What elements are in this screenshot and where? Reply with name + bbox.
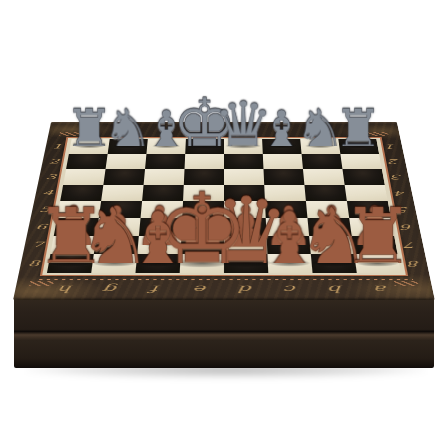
rank-label: 1 [381,139,401,154]
piece-black-bishop-c8: ♝ [247,174,333,264]
piece-white-queen-d1: ♛ [206,69,280,147]
piece-black-rook-a8: ♜ [333,170,422,263]
piece-white-knight-g1: ♞ [96,81,159,147]
chess-board: 12345678 12345678 hgfedcba ♜♞♝♛♚♝♞♜♟♟♟♟♟… [13,122,435,300]
rank-label: 2 [384,154,404,169]
box-front-face [14,299,434,368]
product-photo-chess-set: 12345678 12345678 hgfedcba ♜♞♝♛♚♝♞♜♟♟♟♟♟… [0,0,448,448]
beaded-frame-line [39,279,413,280]
piece-black-bishop-f8: ♝ [115,174,201,264]
piece-black-rook-h8: ♜ [26,170,115,263]
piece-white-knight-b1: ♞ [289,81,352,147]
